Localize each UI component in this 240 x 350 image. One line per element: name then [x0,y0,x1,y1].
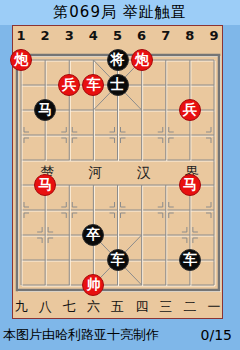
piece-red-soldier[interactable]: 兵 [179,99,201,121]
file-label-bottom-5: 五 [108,298,128,316]
file-label-bottom-7: 三 [156,298,176,316]
file-label-bottom-2: 八 [35,298,55,316]
puzzle-title: 第069局 举趾触罝 [53,3,186,22]
progress-counter: 0/15 [201,327,232,343]
piece-black-chariot[interactable]: 车 [179,249,201,271]
piece-black-advisor[interactable]: 士 [107,74,129,96]
piece-red-general[interactable]: 帅 [82,274,104,296]
piece-black-soldier[interactable]: 卒 [82,224,104,246]
credit-text: 本图片由哈利路亚十亮制作 [3,326,159,344]
xiangqi-app: 第069局 举趾触罝 123456789 楚河汉界 炮将炮兵车士马兵马马卒车车帅… [0,0,240,350]
status-bar: 本图片由哈利路亚十亮制作 0/15 [0,319,240,350]
file-label-bottom-3: 七 [59,298,79,316]
file-label-bottom-4: 六 [83,298,103,316]
piece-red-cannon[interactable]: 炮 [10,49,32,71]
piece-black-general[interactable]: 将 [107,49,129,71]
xiangqi-board[interactable]: 123456789 楚河汉界 炮将炮兵车士马兵马马卒车车帅 九八七六五四三二一 [12,25,223,319]
piece-black-horse[interactable]: 马 [34,99,56,121]
file-labels-bottom: 九八七六五四三二一 [13,298,222,316]
file-label-bottom-9: 一 [204,298,224,316]
piece-red-soldier[interactable]: 兵 [58,74,80,96]
piece-red-horse[interactable]: 马 [34,174,56,196]
piece-red-chariot[interactable]: 车 [82,74,104,96]
title-bar: 第069局 举趾触罝 [0,0,240,25]
piece-black-chariot[interactable]: 车 [107,249,129,271]
piece-red-cannon[interactable]: 炮 [131,49,153,71]
pieces-grid: 炮将炮兵车士马兵马马卒车车帅 [9,48,226,298]
file-label-bottom-1: 九 [11,298,31,316]
piece-red-horse[interactable]: 马 [179,174,201,196]
file-label-bottom-6: 四 [132,298,152,316]
file-label-bottom-8: 二 [180,298,200,316]
